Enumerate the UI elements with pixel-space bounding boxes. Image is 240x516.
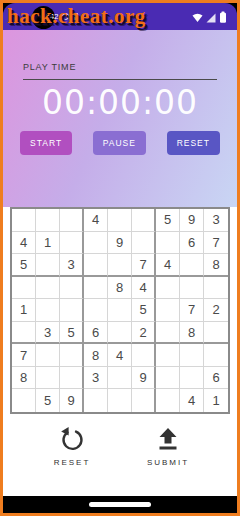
sudoku-cell-r2c6[interactable]	[132, 232, 156, 255]
sudoku-cell-r2c9[interactable]: 7	[204, 232, 228, 255]
reset-board-label: RESET	[54, 458, 91, 467]
sudoku-cell-r2c7[interactable]	[156, 232, 180, 255]
sudoku-cell-r3c4[interactable]	[84, 254, 108, 277]
sudoku-cell-r5c8[interactable]: 7	[180, 299, 204, 322]
reset-timer-button[interactable]: RESET	[167, 131, 220, 155]
sudoku-cell-r4c1[interactable]	[12, 277, 36, 300]
sudoku-cell-r9c2[interactable]: 5	[36, 389, 60, 412]
board-section: 459341967537488415723562878483965941	[3, 207, 237, 414]
sudoku-cell-r5c2[interactable]	[36, 299, 60, 322]
sudoku-cell-r9c6[interactable]	[132, 389, 156, 412]
sudoku-cell-r9c5[interactable]	[108, 389, 132, 412]
start-button[interactable]: START	[20, 131, 72, 155]
status-left: 3:42	[43, 12, 78, 21]
sudoku-cell-r4c8[interactable]	[180, 277, 204, 300]
sudoku-cell-r8c1[interactable]: 8	[12, 367, 36, 390]
sudoku-cell-r7c5[interactable]: 4	[108, 344, 132, 367]
sudoku-cell-r5c4[interactable]	[84, 299, 108, 322]
sudoku-cell-r2c2[interactable]: 1	[36, 232, 60, 255]
sudoku-cell-r6c3[interactable]: 5	[60, 322, 84, 345]
sudoku-cell-r4c9[interactable]	[204, 277, 228, 300]
submit-label: SUBMIT	[147, 458, 189, 467]
sudoku-cell-r3c8[interactable]	[180, 254, 204, 277]
pause-button[interactable]: PAUSE	[93, 131, 146, 155]
sudoku-cell-r8c8[interactable]	[180, 367, 204, 390]
status-time: 3:42	[43, 12, 59, 21]
footer-actions: RESET SUBMIT	[3, 414, 237, 496]
sudoku-cell-r9c1[interactable]	[12, 389, 36, 412]
playtime-label: PLAY TIME	[23, 62, 76, 72]
sudoku-cell-r4c3[interactable]	[60, 277, 84, 300]
sudoku-cell-r1c4[interactable]: 4	[84, 209, 108, 232]
sudoku-cell-r3c6[interactable]: 7	[132, 254, 156, 277]
sudoku-cell-r6c9[interactable]	[204, 322, 228, 345]
notification-icon-2	[72, 13, 78, 20]
sudoku-cell-r1c2[interactable]	[36, 209, 60, 232]
sudoku-cell-r6c7[interactable]	[156, 322, 180, 345]
sudoku-cell-r1c6[interactable]	[132, 209, 156, 232]
sudoku-cell-r8c4[interactable]: 3	[84, 367, 108, 390]
status-bar: 3:42	[3, 3, 237, 30]
sudoku-cell-r8c3[interactable]	[60, 367, 84, 390]
sudoku-cell-r5c1[interactable]: 1	[12, 299, 36, 322]
timer-panel: PLAY TIME 00:00:00 START PAUSE RESET	[3, 30, 237, 207]
sudoku-cell-r6c1[interactable]	[12, 322, 36, 345]
sudoku-cell-r7c9[interactable]	[204, 344, 228, 367]
sudoku-grid: 459341967537488415723562878483965941	[10, 207, 230, 414]
sudoku-cell-r1c7[interactable]: 5	[156, 209, 180, 232]
sudoku-cell-r2c8[interactable]: 6	[180, 232, 204, 255]
status-right	[192, 11, 227, 23]
sudoku-cell-r4c7[interactable]	[156, 277, 180, 300]
sudoku-cell-r5c7[interactable]	[156, 299, 180, 322]
battery-icon	[219, 11, 227, 23]
sudoku-cell-r7c8[interactable]	[180, 344, 204, 367]
timer-buttons: START PAUSE RESET	[3, 131, 237, 155]
sudoku-cell-r6c5[interactable]	[108, 322, 132, 345]
sudoku-cell-r2c4[interactable]	[84, 232, 108, 255]
sudoku-cell-r7c1[interactable]: 7	[12, 344, 36, 367]
sudoku-cell-r8c2[interactable]	[36, 367, 60, 390]
sudoku-cell-r4c6[interactable]: 4	[132, 277, 156, 300]
sudoku-cell-r8c9[interactable]: 6	[204, 367, 228, 390]
sudoku-cell-r7c7[interactable]	[156, 344, 180, 367]
sudoku-cell-r6c4[interactable]: 6	[84, 322, 108, 345]
sudoku-cell-r1c1[interactable]	[12, 209, 36, 232]
sudoku-cell-r7c2[interactable]	[36, 344, 60, 367]
sudoku-cell-r5c3[interactable]	[60, 299, 84, 322]
sudoku-cell-r2c3[interactable]	[60, 232, 84, 255]
sudoku-cell-r8c5[interactable]	[108, 367, 132, 390]
signal-icon	[206, 13, 216, 23]
submit-icon	[155, 426, 181, 452]
notification-icon	[62, 13, 69, 20]
sudoku-cell-r4c2[interactable]	[36, 277, 60, 300]
timer-display: 00:00:00	[3, 83, 237, 122]
sudoku-cell-r1c3[interactable]	[60, 209, 84, 232]
sudoku-cell-r3c3[interactable]: 3	[60, 254, 84, 277]
sudoku-cell-r8c7[interactable]	[156, 367, 180, 390]
submit-button[interactable]: SUBMIT	[137, 426, 199, 496]
sudoku-cell-r9c7[interactable]	[156, 389, 180, 412]
navigation-bar	[3, 496, 237, 513]
sudoku-cell-r3c1[interactable]: 5	[12, 254, 36, 277]
sudoku-cell-r5c9[interactable]: 2	[204, 299, 228, 322]
wifi-icon	[192, 13, 203, 23]
sudoku-cell-r5c6[interactable]: 5	[132, 299, 156, 322]
sudoku-cell-r2c1[interactable]: 4	[12, 232, 36, 255]
sudoku-cell-r4c4[interactable]	[84, 277, 108, 300]
phone-screen: hack.cheat.org 3:42 PLAY TIME 00:00:00 S…	[0, 0, 240, 516]
sudoku-cell-r3c5[interactable]	[108, 254, 132, 277]
sudoku-cell-r3c2[interactable]	[36, 254, 60, 277]
sudoku-cell-r7c4[interactable]: 8	[84, 344, 108, 367]
sudoku-cell-r6c2[interactable]: 3	[36, 322, 60, 345]
sudoku-cell-r4c5[interactable]: 8	[108, 277, 132, 300]
reset-icon	[59, 426, 85, 452]
playtime-header: PLAY TIME	[23, 56, 217, 80]
sudoku-cell-r1c9[interactable]: 3	[204, 209, 228, 232]
sudoku-cell-r3c7[interactable]: 4	[156, 254, 180, 277]
home-indicator[interactable]	[89, 502, 151, 507]
sudoku-cell-r1c5[interactable]	[108, 209, 132, 232]
sudoku-cell-r9c9[interactable]: 1	[204, 389, 228, 412]
sudoku-cell-r8c6[interactable]: 9	[132, 367, 156, 390]
sudoku-cell-r9c8[interactable]: 4	[180, 389, 204, 412]
sudoku-cell-r5c5[interactable]	[108, 299, 132, 322]
sudoku-cell-r7c3[interactable]	[60, 344, 84, 367]
sudoku-cell-r7c6[interactable]	[132, 344, 156, 367]
sudoku-cell-r9c3[interactable]: 9	[60, 389, 84, 412]
sudoku-cell-r6c6[interactable]: 2	[132, 322, 156, 345]
sudoku-cell-r9c4[interactable]	[84, 389, 108, 412]
sudoku-cell-r6c8[interactable]: 8	[180, 322, 204, 345]
sudoku-cell-r1c8[interactable]: 9	[180, 209, 204, 232]
reset-board-button[interactable]: RESET	[41, 426, 103, 496]
sudoku-cell-r3c9[interactable]: 8	[204, 254, 228, 277]
sudoku-cell-r2c5[interactable]: 9	[108, 232, 132, 255]
